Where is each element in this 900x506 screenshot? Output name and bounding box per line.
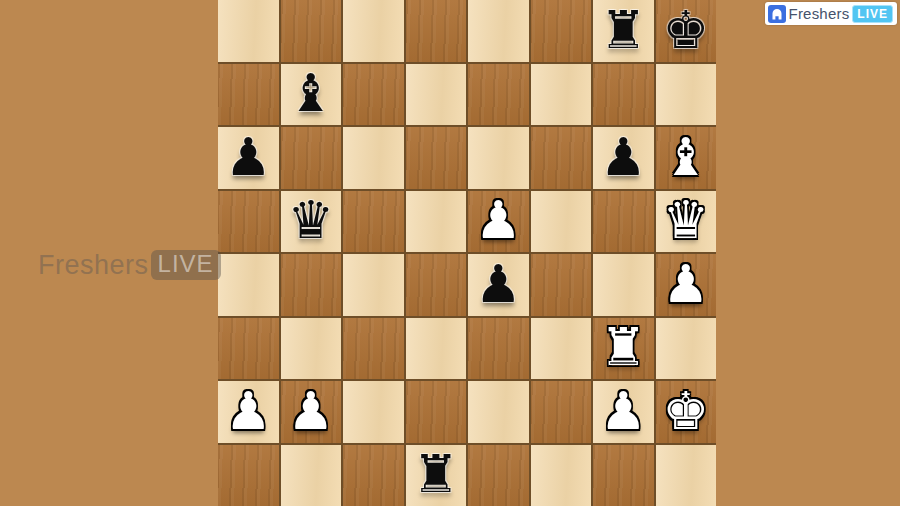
square-g3[interactable]: ♜ [593, 318, 654, 380]
piece-black-pawn-g6[interactable]: ♟ [600, 131, 647, 183]
square-e3[interactable] [468, 318, 529, 380]
square-f7[interactable] [531, 64, 592, 126]
square-b6[interactable] [281, 127, 342, 189]
square-g7[interactable] [593, 64, 654, 126]
piece-white-bishop-h6[interactable]: ♝ [662, 131, 709, 183]
square-d4[interactable] [406, 254, 467, 316]
square-e1[interactable] [468, 445, 529, 506]
square-d7[interactable] [406, 64, 467, 126]
square-g2[interactable]: ♟ [593, 381, 654, 443]
piece-black-rook-d1[interactable]: ♜ [412, 448, 459, 500]
square-e2[interactable] [468, 381, 529, 443]
square-f2[interactable] [531, 381, 592, 443]
square-a2[interactable]: ♟ [218, 381, 279, 443]
square-e6[interactable] [468, 127, 529, 189]
square-a4[interactable] [218, 254, 279, 316]
square-b5[interactable]: ♛ [281, 191, 342, 253]
piece-black-pawn-e4[interactable]: ♟ [475, 258, 522, 310]
piece-black-bishop-b7[interactable]: ♝ [287, 67, 334, 119]
square-g5[interactable] [593, 191, 654, 253]
square-b8[interactable] [281, 0, 342, 62]
square-d2[interactable] [406, 381, 467, 443]
square-d5[interactable] [406, 191, 467, 253]
page: ♜♚♝♟♟♝♛♟♛♟♟♜♟♟♟♚♜ Freshers LIVE Freshers… [0, 0, 900, 506]
piece-black-pawn-a6[interactable]: ♟ [225, 131, 272, 183]
square-h1[interactable] [656, 445, 717, 506]
square-c3[interactable] [343, 318, 404, 380]
square-h7[interactable] [656, 64, 717, 126]
square-g4[interactable] [593, 254, 654, 316]
square-c6[interactable] [343, 127, 404, 189]
watermark-brand-text: Freshers [38, 250, 149, 281]
square-h4[interactable]: ♟ [656, 254, 717, 316]
square-a5[interactable] [218, 191, 279, 253]
square-h2[interactable]: ♚ [656, 381, 717, 443]
square-f4[interactable] [531, 254, 592, 316]
square-b2[interactable]: ♟ [281, 381, 342, 443]
square-a8[interactable] [218, 0, 279, 62]
piece-white-pawn-g2[interactable]: ♟ [600, 385, 647, 437]
square-h6[interactable]: ♝ [656, 127, 717, 189]
square-c4[interactable] [343, 254, 404, 316]
piece-white-pawn-e5[interactable]: ♟ [475, 194, 522, 246]
square-g8[interactable]: ♜ [593, 0, 654, 62]
square-a6[interactable]: ♟ [218, 127, 279, 189]
piece-white-king-h2[interactable]: ♚ [662, 385, 709, 437]
square-h3[interactable] [656, 318, 717, 380]
square-c2[interactable] [343, 381, 404, 443]
logo-live-badge: LIVE [852, 5, 893, 23]
piece-white-pawn-a2[interactable]: ♟ [225, 385, 272, 437]
square-c7[interactable] [343, 64, 404, 126]
freshers-live-watermark: Freshers LIVE [38, 249, 221, 281]
piece-white-rook-g3[interactable]: ♜ [600, 321, 647, 373]
freshers-live-logo[interactable]: Freshers LIVE [765, 2, 897, 25]
piece-white-queen-h5[interactable]: ♛ [662, 194, 709, 246]
square-b3[interactable] [281, 318, 342, 380]
piece-black-rook-g8[interactable]: ♜ [600, 4, 647, 56]
square-a1[interactable] [218, 445, 279, 506]
square-a3[interactable] [218, 318, 279, 380]
freshers-logo-icon [768, 5, 786, 23]
square-f8[interactable] [531, 0, 592, 62]
square-b1[interactable] [281, 445, 342, 506]
square-f3[interactable] [531, 318, 592, 380]
square-e5[interactable]: ♟ [468, 191, 529, 253]
square-f1[interactable] [531, 445, 592, 506]
square-e7[interactable] [468, 64, 529, 126]
square-d6[interactable] [406, 127, 467, 189]
square-b7[interactable]: ♝ [281, 64, 342, 126]
piece-white-pawn-h4[interactable]: ♟ [662, 258, 709, 310]
square-g6[interactable]: ♟ [593, 127, 654, 189]
piece-black-king-h8[interactable]: ♚ [662, 4, 709, 56]
square-d1[interactable]: ♜ [406, 445, 467, 506]
square-h5[interactable]: ♛ [656, 191, 717, 253]
square-c5[interactable] [343, 191, 404, 253]
chess-board: ♜♚♝♟♟♝♛♟♛♟♟♜♟♟♟♚♜ [218, 0, 716, 506]
square-f6[interactable] [531, 127, 592, 189]
square-d8[interactable] [406, 0, 467, 62]
square-a7[interactable] [218, 64, 279, 126]
watermark-live-badge: LIVE [151, 250, 221, 280]
square-d3[interactable] [406, 318, 467, 380]
square-f5[interactable] [531, 191, 592, 253]
square-h8[interactable]: ♚ [656, 0, 717, 62]
square-c1[interactable] [343, 445, 404, 506]
square-e8[interactable] [468, 0, 529, 62]
square-c8[interactable] [343, 0, 404, 62]
logo-brand-text: Freshers [789, 5, 850, 22]
square-e4[interactable]: ♟ [468, 254, 529, 316]
square-b4[interactable] [281, 254, 342, 316]
piece-white-pawn-b2[interactable]: ♟ [287, 385, 334, 437]
piece-black-queen-b5[interactable]: ♛ [287, 194, 334, 246]
square-g1[interactable] [593, 445, 654, 506]
